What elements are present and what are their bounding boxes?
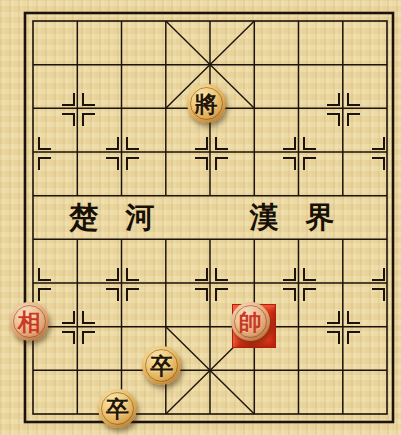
piece-glyph: 將 — [195, 92, 218, 115]
piece-black-soldier-b[interactable]: 卒 — [98, 389, 137, 428]
piece-red-elephant[interactable]: 相 — [10, 302, 49, 341]
piece-glyph: 相 — [18, 310, 41, 333]
xiangqi-app: 楚 河 漢 界 將相帥卒卒 — [0, 0, 401, 435]
piece-red-general[interactable]: 帥 — [231, 302, 270, 341]
xiangqi-board[interactable]: 楚 河 漢 界 將相帥卒卒 — [0, 0, 401, 435]
piece-glyph: 帥 — [239, 310, 262, 333]
piece-glyph: 卒 — [150, 354, 173, 377]
piece-glyph: 卒 — [106, 397, 129, 420]
piece-black-soldier-a[interactable]: 卒 — [142, 346, 181, 385]
piece-black-general[interactable]: 將 — [187, 84, 226, 123]
pieces-layer: 將相帥卒卒 — [11, 0, 401, 435]
